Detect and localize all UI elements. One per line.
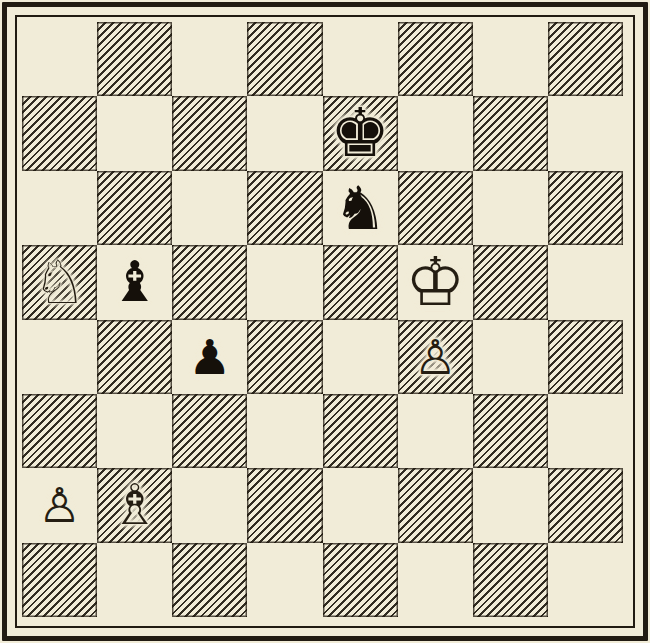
chess-board: ♚♞♘♝♔♟♙♙♗ bbox=[22, 22, 623, 617]
square-e1[interactable] bbox=[323, 543, 398, 617]
square-d3[interactable] bbox=[247, 394, 322, 468]
square-h4[interactable] bbox=[548, 320, 623, 394]
square-e3[interactable] bbox=[323, 394, 398, 468]
square-b5[interactable]: ♝ bbox=[97, 245, 172, 319]
square-a4[interactable] bbox=[22, 320, 97, 394]
square-g1[interactable] bbox=[473, 543, 548, 617]
square-h1[interactable] bbox=[548, 543, 623, 617]
square-a1[interactable] bbox=[22, 543, 97, 617]
square-b7[interactable] bbox=[97, 96, 172, 170]
square-g8[interactable] bbox=[473, 22, 548, 96]
square-a5[interactable]: ♘ bbox=[22, 245, 97, 319]
square-b4[interactable] bbox=[97, 320, 172, 394]
square-g4[interactable] bbox=[473, 320, 548, 394]
square-g2[interactable] bbox=[473, 468, 548, 542]
square-e6[interactable]: ♞ bbox=[323, 171, 398, 245]
square-d6[interactable] bbox=[247, 171, 322, 245]
square-f2[interactable] bbox=[398, 468, 473, 542]
square-f6[interactable] bbox=[398, 171, 473, 245]
square-b1[interactable] bbox=[97, 543, 172, 617]
white-pawn-a2[interactable]: ♙ bbox=[38, 481, 81, 529]
square-h3[interactable] bbox=[548, 394, 623, 468]
square-c4[interactable]: ♟ bbox=[172, 320, 247, 394]
square-f7[interactable] bbox=[398, 96, 473, 170]
black-pawn-c4[interactable]: ♟ bbox=[188, 333, 231, 381]
white-knight-a5[interactable]: ♘ bbox=[33, 252, 87, 312]
square-d7[interactable] bbox=[247, 96, 322, 170]
white-bishop-b2[interactable]: ♗ bbox=[110, 477, 160, 533]
square-g7[interactable] bbox=[473, 96, 548, 170]
square-g6[interactable] bbox=[473, 171, 548, 245]
square-h5[interactable] bbox=[548, 245, 623, 319]
square-a6[interactable] bbox=[22, 171, 97, 245]
square-a3[interactable] bbox=[22, 394, 97, 468]
square-c7[interactable] bbox=[172, 96, 247, 170]
square-e7[interactable]: ♚ bbox=[323, 96, 398, 170]
square-b3[interactable] bbox=[97, 394, 172, 468]
square-b8[interactable] bbox=[97, 22, 172, 96]
square-b2[interactable]: ♗ bbox=[97, 468, 172, 542]
square-f5[interactable]: ♔ bbox=[398, 245, 473, 319]
square-d4[interactable] bbox=[247, 320, 322, 394]
square-d2[interactable] bbox=[247, 468, 322, 542]
square-e2[interactable] bbox=[323, 468, 398, 542]
square-e5[interactable] bbox=[323, 245, 398, 319]
chess-diagram: ♚♞♘♝♔♟♙♙♗ bbox=[0, 0, 650, 643]
square-f8[interactable] bbox=[398, 22, 473, 96]
white-king-f5[interactable]: ♔ bbox=[405, 249, 465, 316]
square-c8[interactable] bbox=[172, 22, 247, 96]
black-knight-e6[interactable]: ♞ bbox=[333, 178, 387, 238]
square-b6[interactable] bbox=[97, 171, 172, 245]
square-a2[interactable]: ♙ bbox=[22, 468, 97, 542]
square-h7[interactable] bbox=[548, 96, 623, 170]
square-g3[interactable] bbox=[473, 394, 548, 468]
square-d1[interactable] bbox=[247, 543, 322, 617]
square-c1[interactable] bbox=[172, 543, 247, 617]
square-a8[interactable] bbox=[22, 22, 97, 96]
square-g5[interactable] bbox=[473, 245, 548, 319]
square-e8[interactable] bbox=[323, 22, 398, 96]
square-c3[interactable] bbox=[172, 394, 247, 468]
square-c2[interactable] bbox=[172, 468, 247, 542]
black-king-e7[interactable]: ♚ bbox=[330, 100, 390, 167]
square-f1[interactable] bbox=[398, 543, 473, 617]
square-a7[interactable] bbox=[22, 96, 97, 170]
square-h6[interactable] bbox=[548, 171, 623, 245]
square-c5[interactable] bbox=[172, 245, 247, 319]
square-h8[interactable] bbox=[548, 22, 623, 96]
square-c6[interactable] bbox=[172, 171, 247, 245]
square-h2[interactable] bbox=[548, 468, 623, 542]
square-e4[interactable] bbox=[323, 320, 398, 394]
white-pawn-f4[interactable]: ♙ bbox=[414, 333, 457, 381]
square-f3[interactable] bbox=[398, 394, 473, 468]
square-d8[interactable] bbox=[247, 22, 322, 96]
square-f4[interactable]: ♙ bbox=[398, 320, 473, 394]
black-bishop-b5[interactable]: ♝ bbox=[110, 254, 160, 310]
square-d5[interactable] bbox=[247, 245, 322, 319]
